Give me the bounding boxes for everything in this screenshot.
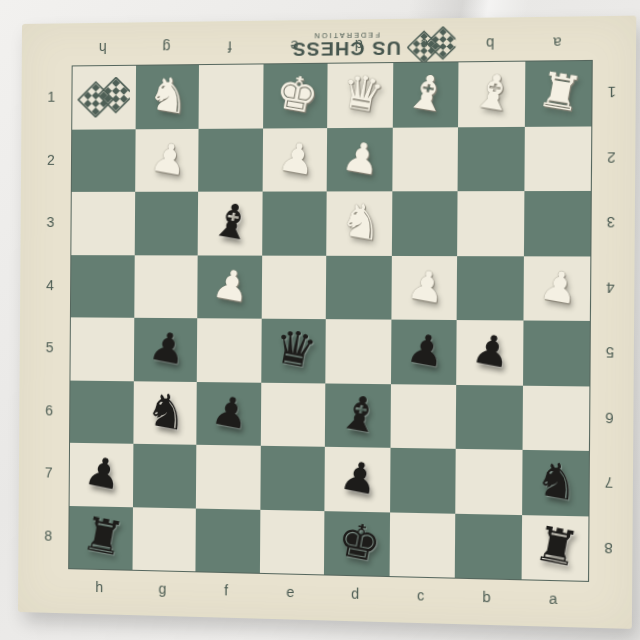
square-h1[interactable]	[72, 66, 135, 129]
square-a3[interactable]	[523, 191, 590, 256]
coordinate-label: a	[549, 590, 557, 607]
square-a7[interactable]: ♞	[522, 450, 589, 516]
piece-black-pawn[interactable]: ♟	[146, 325, 189, 371]
piece-white-pawn[interactable]: ♟	[404, 263, 449, 310]
square-f3[interactable]: ♝	[198, 192, 262, 256]
square-h7[interactable]: ♟	[70, 443, 133, 507]
square-f4[interactable]: ♟	[197, 255, 261, 319]
square-c4[interactable]: ♟	[391, 255, 457, 320]
piece-white-king[interactable]: ♚	[272, 68, 323, 121]
square-d1[interactable]: ♛	[327, 63, 393, 128]
square-e8[interactable]	[259, 509, 324, 574]
piece-black-rook[interactable]: ♜	[79, 509, 128, 562]
square-g5[interactable]: ♟	[133, 318, 197, 382]
coordinate-label: 3	[607, 214, 616, 231]
coordinate-label: b	[486, 35, 494, 52]
square-b6[interactable]	[456, 384, 523, 449]
coordinate-label: 6	[605, 409, 614, 426]
piece-white-knight[interactable]: ♞	[145, 69, 195, 122]
square-b3[interactable]	[457, 191, 524, 256]
square-e7[interactable]	[260, 446, 325, 511]
coordinate-label: 8	[604, 539, 613, 556]
coordinate-label: a	[553, 34, 561, 51]
piece-black-pawn[interactable]: ♟	[209, 389, 253, 436]
square-a5[interactable]	[522, 320, 589, 385]
coordinate-label: g	[158, 580, 166, 596]
coordinate-label: d	[351, 585, 359, 602]
square-a4[interactable]: ♟	[523, 256, 590, 321]
coordinate-label: 8	[44, 527, 52, 543]
rank-labels-right: 12345678	[593, 60, 627, 581]
piece-white-pawn[interactable]: ♟	[340, 134, 384, 181]
piece-white-bishop[interactable]: ♝	[402, 66, 453, 120]
square-c8[interactable]	[389, 512, 455, 578]
board-grid: ♞♚♛♝♝♜♟♟♟♝♞♟♟♟♟♛♟♟♞♟♝♟♟♞♜♚♜	[68, 60, 593, 582]
square-h2[interactable]	[72, 129, 135, 192]
square-f7[interactable]	[196, 445, 260, 510]
square-b8[interactable]	[455, 513, 522, 579]
square-f5[interactable]	[197, 318, 261, 382]
square-g1[interactable]: ♞	[135, 65, 199, 129]
square-b7[interactable]	[455, 449, 522, 515]
coordinate-label: f	[224, 582, 228, 598]
coordinate-label: h	[99, 40, 107, 56]
piece-black-bishop[interactable]: ♝	[335, 387, 386, 441]
piece-black-rook[interactable]: ♜	[531, 518, 583, 573]
coordinate-label: 3	[47, 214, 55, 230]
piece-white-bishop[interactable]: ♝	[468, 66, 520, 120]
coordinate-label: e	[286, 584, 294, 601]
coordinate-label: 4	[606, 279, 615, 296]
square-b4[interactable]	[457, 256, 524, 321]
piece-black-pawn[interactable]: ♟	[337, 454, 381, 501]
piece-black-pawn[interactable]: ♟	[404, 327, 449, 374]
chess-board: US CHESS FEDERATION hgfedcba hgfedcba 12…	[18, 16, 636, 629]
square-a8[interactable]: ♜	[521, 515, 588, 581]
square-d6[interactable]: ♝	[325, 383, 391, 448]
square-d5[interactable]	[325, 319, 391, 384]
square-f1[interactable]	[199, 64, 263, 128]
square-f2[interactable]	[198, 128, 262, 192]
square-d4[interactable]	[326, 255, 392, 319]
square-g7[interactable]	[132, 444, 196, 508]
square-g6[interactable]: ♞	[133, 381, 197, 445]
coordinate-label: 4	[46, 277, 54, 293]
square-c1[interactable]: ♝	[392, 62, 458, 127]
square-c7[interactable]	[390, 448, 456, 513]
piece-black-queen[interactable]: ♛	[270, 322, 321, 376]
piece-black-knight[interactable]: ♞	[532, 454, 584, 509]
square-c3[interactable]	[391, 191, 457, 255]
piece-white-pawn[interactable]: ♟	[275, 135, 319, 181]
coordinate-label: 5	[46, 339, 54, 355]
piece-white-pawn[interactable]: ♟	[536, 263, 582, 310]
square-h8[interactable]: ♜	[69, 506, 132, 570]
piece-white-knight[interactable]: ♞	[336, 195, 387, 249]
coordinate-label: 7	[605, 474, 614, 491]
square-d2[interactable]: ♟	[327, 127, 393, 191]
square-e2[interactable]: ♟	[262, 128, 327, 192]
coordinate-label: 2	[47, 152, 55, 168]
square-g4[interactable]	[134, 255, 198, 318]
file-labels-top: hgfedcba	[72, 27, 591, 64]
square-f6[interactable]: ♟	[196, 382, 260, 446]
coordinate-label: c	[417, 587, 424, 604]
square-g2[interactable]: ♟	[135, 128, 199, 191]
square-d7[interactable]: ♟	[324, 447, 390, 512]
square-h3[interactable]	[71, 192, 134, 255]
square-b1[interactable]: ♝	[458, 62, 525, 127]
piece-black-pawn[interactable]: ♟	[469, 327, 514, 374]
us-chess-corner-logo-icon	[78, 77, 131, 118]
square-h5[interactable]	[70, 317, 133, 380]
square-e6[interactable]	[260, 382, 325, 447]
square-e1[interactable]: ♚	[263, 64, 328, 128]
square-d3[interactable]: ♞	[326, 191, 392, 255]
square-h4[interactable]	[71, 255, 134, 318]
coordinate-label: 5	[606, 344, 615, 361]
square-b2[interactable]	[458, 126, 525, 191]
piece-black-pawn[interactable]: ♟	[82, 450, 125, 496]
square-a1[interactable]: ♜	[524, 61, 591, 126]
square-c2[interactable]	[392, 127, 458, 192]
square-h6[interactable]	[70, 380, 133, 444]
square-g3[interactable]	[134, 192, 198, 255]
square-e3[interactable]	[262, 191, 327, 255]
piece-white-pawn[interactable]: ♟	[147, 136, 190, 182]
coordinate-label: b	[482, 589, 490, 606]
piece-black-king[interactable]: ♚	[334, 514, 385, 568]
coordinate-label: 2	[607, 149, 616, 166]
piece-white-queen[interactable]: ♛	[337, 67, 388, 120]
square-c5[interactable]: ♟	[390, 320, 456, 385]
photo-scene: US CHESS FEDERATION hgfedcba hgfedcba 12…	[0, 0, 640, 640]
piece-white-rook[interactable]: ♜	[534, 65, 586, 119]
square-e4[interactable]	[261, 255, 326, 319]
square-f8[interactable]	[195, 508, 259, 573]
coordinate-label: g	[162, 39, 170, 55]
piece-black-knight[interactable]: ♞	[142, 384, 192, 437]
square-d8[interactable]: ♚	[324, 511, 390, 576]
square-b5[interactable]: ♟	[456, 320, 523, 385]
coordinate-label: c	[421, 36, 428, 53]
square-a6[interactable]	[522, 385, 589, 451]
coordinate-label: h	[95, 579, 103, 595]
square-c6[interactable]	[390, 384, 456, 449]
piece-black-bishop[interactable]: ♝	[207, 195, 257, 248]
square-e5[interactable]: ♛	[261, 319, 326, 383]
rank-labels-left: 12345678	[34, 66, 65, 568]
piece-white-pawn[interactable]: ♟	[210, 262, 254, 308]
coordinate-label: 6	[45, 402, 53, 418]
coordinate-label: 7	[45, 465, 53, 481]
square-g8[interactable]	[132, 507, 196, 572]
coordinate-label: f	[228, 38, 232, 54]
square-a2[interactable]	[524, 126, 591, 191]
coordinate-label: d	[355, 37, 363, 53]
coordinate-label: e	[290, 38, 298, 54]
coordinate-label: 1	[47, 89, 55, 105]
coordinate-label: 1	[608, 84, 617, 101]
